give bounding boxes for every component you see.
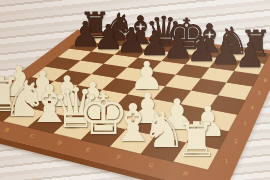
piece-white-rook-h1: ♜ (175, 115, 218, 163)
piece-black-pawn-h7: ♟ (234, 38, 265, 72)
pieces-layer: ♜♞♝♛♚♝♞♜♟♟♟♟♟♟♟♟♟♟♟♟♟♟♟♟♜♞♝♛♚♝♞♜ (0, 0, 270, 180)
chessboard-photo: ABCDEFGH12345678 ♜♞♝♛♚♝♞♜♟♟♟♟♟♟♟♟♟♟♟♟♟♟♟… (0, 0, 270, 180)
